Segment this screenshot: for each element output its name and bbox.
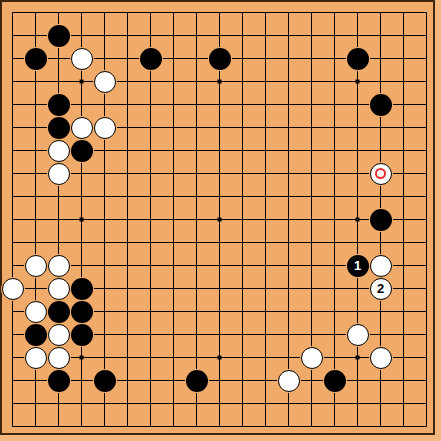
white-stone[interactable] <box>370 347 392 369</box>
white-stone[interactable]: 2 <box>370 278 392 300</box>
black-stone[interactable] <box>186 370 208 392</box>
white-stone[interactable] <box>301 347 323 369</box>
white-stone[interactable] <box>370 255 392 277</box>
black-stone[interactable] <box>71 324 93 346</box>
black-stone[interactable] <box>140 48 162 70</box>
black-stone[interactable]: 1 <box>347 255 369 277</box>
white-stone[interactable] <box>71 117 93 139</box>
circle-mark-icon <box>375 168 386 179</box>
white-stone[interactable] <box>71 48 93 70</box>
white-stone[interactable] <box>25 347 47 369</box>
white-stone[interactable] <box>2 278 24 300</box>
black-stone[interactable] <box>25 324 47 346</box>
black-stone[interactable] <box>347 48 369 70</box>
white-stone[interactable] <box>370 163 392 185</box>
black-stone[interactable] <box>209 48 231 70</box>
move-number: 1 <box>354 259 361 272</box>
black-stone[interactable] <box>94 370 116 392</box>
black-stone[interactable] <box>324 370 346 392</box>
black-stone[interactable] <box>71 140 93 162</box>
white-stone[interactable] <box>48 255 70 277</box>
white-stone[interactable] <box>94 71 116 93</box>
go-board-frame: 12 <box>0 0 441 441</box>
white-stone[interactable] <box>48 163 70 185</box>
black-stone[interactable] <box>48 25 70 47</box>
white-stone[interactable] <box>48 324 70 346</box>
white-stone[interactable] <box>278 370 300 392</box>
black-stone[interactable] <box>48 301 70 323</box>
black-stone[interactable] <box>71 278 93 300</box>
white-stone[interactable] <box>48 347 70 369</box>
white-stone[interactable] <box>25 301 47 323</box>
white-stone[interactable] <box>347 324 369 346</box>
white-stone[interactable] <box>48 140 70 162</box>
move-number: 2 <box>377 282 384 295</box>
black-stone[interactable] <box>48 370 70 392</box>
black-stone[interactable] <box>71 301 93 323</box>
white-stone[interactable] <box>48 278 70 300</box>
black-stone[interactable] <box>48 117 70 139</box>
black-stone[interactable] <box>48 94 70 116</box>
black-stone[interactable] <box>25 48 47 70</box>
white-stone[interactable] <box>94 117 116 139</box>
stones-layer: 12 <box>0 0 441 441</box>
black-stone[interactable] <box>370 209 392 231</box>
white-stone[interactable] <box>25 255 47 277</box>
black-stone[interactable] <box>370 94 392 116</box>
